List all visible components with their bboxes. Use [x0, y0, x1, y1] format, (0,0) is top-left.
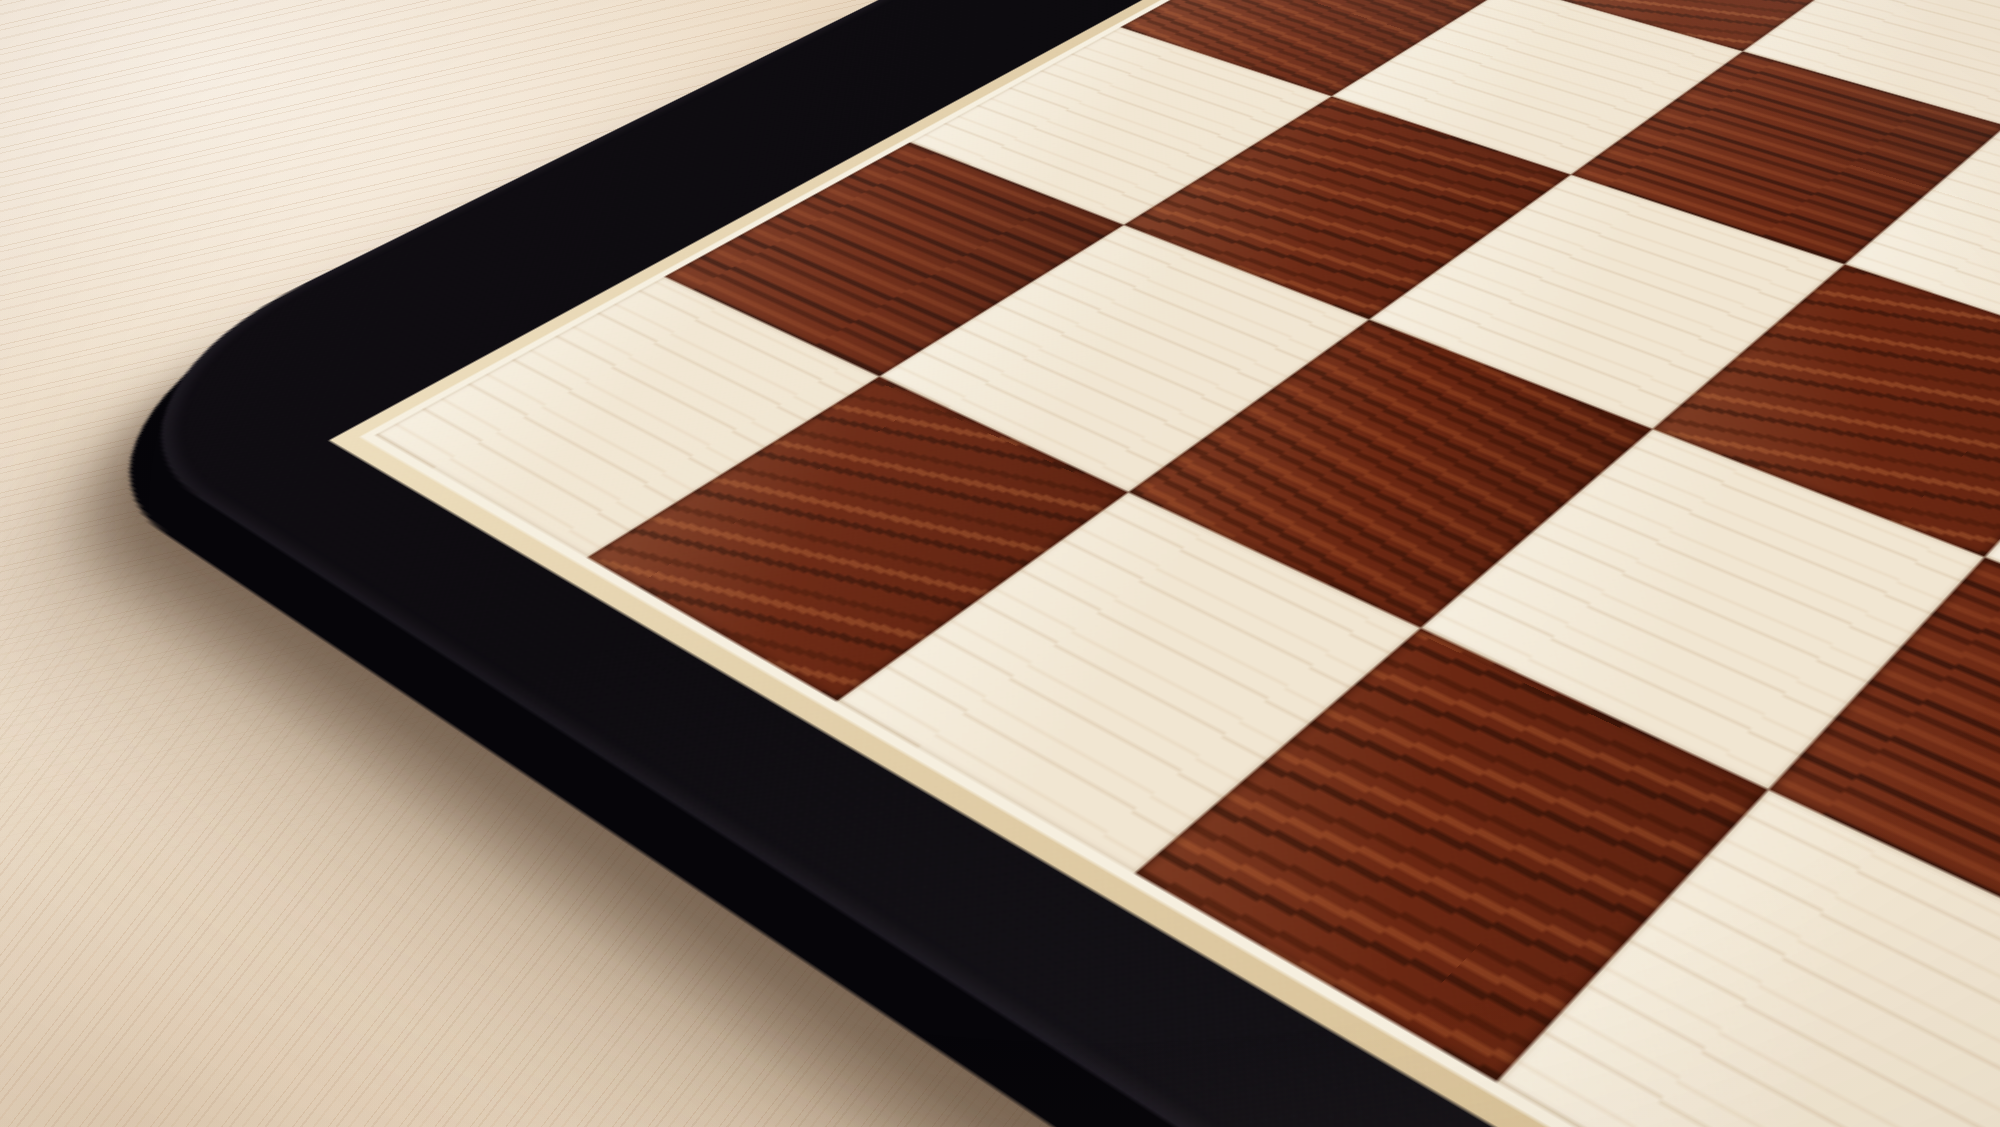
- board-photo-scene: [0, 0, 2000, 1127]
